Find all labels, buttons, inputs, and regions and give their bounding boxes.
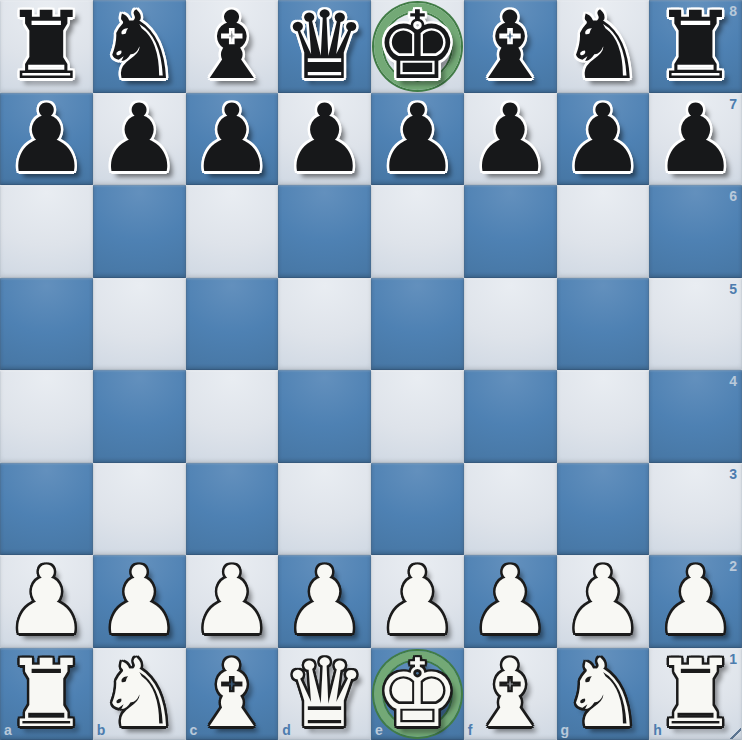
square-a2[interactable]: ♟ [0, 555, 93, 648]
square-b7[interactable]: ♟ [93, 93, 186, 186]
square-g2[interactable]: ♟ [557, 555, 650, 648]
square-c5[interactable] [186, 278, 279, 371]
piece-white-rook[interactable]: ♜ [649, 648, 742, 740]
square-c7[interactable]: ♟ [186, 93, 279, 186]
square-e3[interactable] [371, 463, 464, 556]
square-g6[interactable] [557, 185, 650, 278]
square-g8[interactable]: ♞ [557, 0, 650, 93]
square-d1[interactable]: ♛d [278, 648, 371, 740]
square-c4[interactable] [186, 370, 279, 463]
piece-white-knight[interactable]: ♞ [93, 648, 186, 740]
square-e1[interactable]: ♚e [371, 648, 464, 740]
square-d4[interactable] [278, 370, 371, 463]
piece-white-pawn[interactable]: ♟ [278, 555, 371, 648]
piece-black-knight[interactable]: ♞ [93, 0, 186, 93]
square-b2[interactable]: ♟ [93, 555, 186, 648]
square-h1[interactable]: ♜1h [649, 648, 742, 740]
square-c1[interactable]: ♝c [186, 648, 279, 740]
square-d6[interactable] [278, 185, 371, 278]
square-f2[interactable]: ♟ [464, 555, 557, 648]
piece-white-pawn[interactable]: ♟ [0, 555, 93, 648]
piece-black-pawn[interactable]: ♟ [649, 93, 742, 186]
square-c6[interactable] [186, 185, 279, 278]
square-b1[interactable]: ♞b [93, 648, 186, 740]
square-h8[interactable]: ♜8 [649, 0, 742, 93]
piece-black-pawn[interactable]: ♟ [278, 93, 371, 186]
square-b4[interactable] [93, 370, 186, 463]
square-c3[interactable] [186, 463, 279, 556]
piece-white-pawn[interactable]: ♟ [557, 555, 650, 648]
piece-white-bishop[interactable]: ♝ [186, 648, 279, 740]
square-f1[interactable]: ♝f [464, 648, 557, 740]
square-g3[interactable] [557, 463, 650, 556]
rank-label-4: 4 [729, 374, 737, 388]
piece-black-pawn[interactable]: ♟ [186, 93, 279, 186]
square-e4[interactable] [371, 370, 464, 463]
piece-white-pawn[interactable]: ♟ [371, 555, 464, 648]
piece-black-rook[interactable]: ♜ [649, 0, 742, 93]
square-d7[interactable]: ♟ [278, 93, 371, 186]
square-h5[interactable]: 5 [649, 278, 742, 371]
square-e6[interactable] [371, 185, 464, 278]
piece-white-pawn[interactable]: ♟ [186, 555, 279, 648]
square-h7[interactable]: ♟7 [649, 93, 742, 186]
square-b8[interactable]: ♞ [93, 0, 186, 93]
piece-white-bishop[interactable]: ♝ [464, 648, 557, 740]
square-a8[interactable]: ♜ [0, 0, 93, 93]
square-h3[interactable]: 3 [649, 463, 742, 556]
square-g1[interactable]: ♞g [557, 648, 650, 740]
piece-black-pawn[interactable]: ♟ [0, 93, 93, 186]
square-b6[interactable] [93, 185, 186, 278]
piece-black-king[interactable]: ♚ [371, 0, 464, 93]
piece-white-pawn[interactable]: ♟ [93, 555, 186, 648]
piece-black-pawn[interactable]: ♟ [93, 93, 186, 186]
piece-black-bishop[interactable]: ♝ [186, 0, 279, 93]
piece-white-pawn[interactable]: ♟ [649, 555, 742, 648]
square-f3[interactable] [464, 463, 557, 556]
piece-white-queen[interactable]: ♛ [278, 648, 371, 740]
square-f4[interactable] [464, 370, 557, 463]
square-a4[interactable] [0, 370, 93, 463]
square-g4[interactable] [557, 370, 650, 463]
piece-black-pawn[interactable]: ♟ [371, 93, 464, 186]
square-a7[interactable]: ♟ [0, 93, 93, 186]
square-a5[interactable] [0, 278, 93, 371]
piece-black-queen[interactable]: ♛ [278, 0, 371, 93]
square-a3[interactable] [0, 463, 93, 556]
piece-black-bishop[interactable]: ♝ [464, 0, 557, 93]
square-b5[interactable] [93, 278, 186, 371]
piece-white-rook[interactable]: ♜ [0, 648, 93, 740]
square-f5[interactable] [464, 278, 557, 371]
square-h4[interactable]: 4 [649, 370, 742, 463]
square-g5[interactable] [557, 278, 650, 371]
rank-label-5: 5 [729, 282, 737, 296]
chess-board: ♜♞♝♛♚♝♞♜8♟♟♟♟♟♟♟♟76543♟♟♟♟♟♟♟♟2♜a♞b♝c♛d♚… [0, 0, 742, 740]
rank-label-3: 3 [729, 467, 737, 481]
square-g7[interactable]: ♟ [557, 93, 650, 186]
square-a6[interactable] [0, 185, 93, 278]
square-a1[interactable]: ♜a [0, 648, 93, 740]
square-c8[interactable]: ♝ [186, 0, 279, 93]
piece-white-king[interactable]: ♚ [371, 648, 464, 740]
square-e2[interactable]: ♟ [371, 555, 464, 648]
square-e5[interactable] [371, 278, 464, 371]
square-d2[interactable]: ♟ [278, 555, 371, 648]
square-e7[interactable]: ♟ [371, 93, 464, 186]
square-e8[interactable]: ♚ [371, 0, 464, 93]
square-h2[interactable]: ♟2 [649, 555, 742, 648]
piece-black-pawn[interactable]: ♟ [464, 93, 557, 186]
square-h6[interactable]: 6 [649, 185, 742, 278]
piece-white-pawn[interactable]: ♟ [464, 555, 557, 648]
piece-black-pawn[interactable]: ♟ [557, 93, 650, 186]
square-f7[interactable]: ♟ [464, 93, 557, 186]
piece-black-rook[interactable]: ♜ [0, 0, 93, 93]
square-d8[interactable]: ♛ [278, 0, 371, 93]
square-f6[interactable] [464, 185, 557, 278]
square-f8[interactable]: ♝ [464, 0, 557, 93]
square-b3[interactable] [93, 463, 186, 556]
square-d5[interactable] [278, 278, 371, 371]
piece-black-knight[interactable]: ♞ [557, 0, 650, 93]
square-c2[interactable]: ♟ [186, 555, 279, 648]
square-d3[interactable] [278, 463, 371, 556]
piece-white-knight[interactable]: ♞ [557, 648, 650, 740]
